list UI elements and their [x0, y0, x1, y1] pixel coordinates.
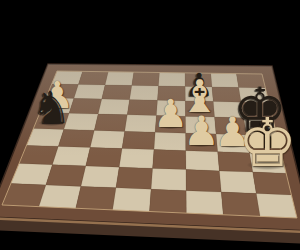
square-c4[interactable] [90, 130, 125, 148]
square-h1[interactable] [256, 194, 297, 219]
square-f2[interactable] [186, 170, 221, 193]
square-c8[interactable] [105, 72, 134, 86]
square-c6[interactable] [98, 99, 129, 115]
square-c2[interactable] [81, 166, 119, 188]
square-d2[interactable] [116, 167, 153, 189]
piece-white-king-h3[interactable]: ♚ [237, 110, 297, 177]
square-d8[interactable] [132, 72, 160, 86]
square-b7[interactable] [74, 85, 105, 100]
square-d5[interactable] [125, 115, 157, 133]
chess-scene: ♟♞♟♝♟♟♟♚♟♚ [0, 0, 300, 250]
square-b1[interactable] [39, 185, 81, 208]
square-c7[interactable] [102, 85, 132, 100]
square-c1[interactable] [76, 186, 116, 210]
square-c5[interactable] [94, 114, 127, 131]
square-d4[interactable] [122, 131, 155, 149]
square-b2[interactable] [46, 165, 86, 187]
square-b8[interactable] [78, 71, 108, 85]
square-f1[interactable] [186, 191, 223, 215]
square-e2[interactable] [151, 168, 186, 190]
square-c3[interactable] [86, 148, 122, 168]
square-e3[interactable] [153, 150, 186, 170]
piece-black-knight-a5[interactable]: ♞ [32, 86, 72, 131]
square-d3[interactable] [119, 149, 154, 169]
square-b6[interactable] [69, 98, 102, 114]
square-e1[interactable] [150, 189, 187, 213]
square-d1[interactable] [113, 188, 152, 212]
square-g1[interactable] [221, 192, 260, 216]
square-b3[interactable] [52, 146, 90, 166]
